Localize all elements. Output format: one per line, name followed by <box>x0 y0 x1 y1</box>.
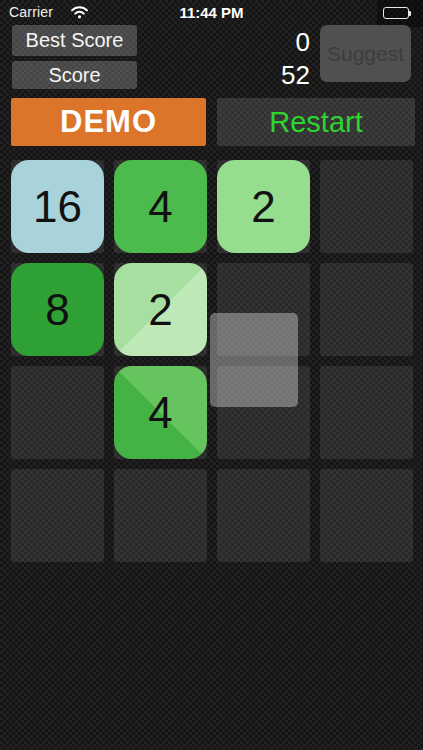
tile-4: 4 <box>114 160 207 253</box>
suggest-button[interactable]: Suggest <box>320 25 411 82</box>
restart-button[interactable]: Restart <box>217 98 415 146</box>
score-bar: Score <box>12 61 137 89</box>
tile-2: 2 <box>217 160 310 253</box>
battery-icon <box>383 7 409 19</box>
tile-8: 8 <box>11 263 104 356</box>
moving-tile-ghost <box>210 313 298 407</box>
board-grid[interactable]: 1642824 <box>11 160 413 562</box>
score-label: Score <box>48 64 100 87</box>
empty-cell <box>217 469 310 562</box>
tile-16: 16 <box>11 160 104 253</box>
empty-cell <box>11 469 104 562</box>
clock-label: 11:44 PM <box>0 4 423 21</box>
empty-cell <box>320 263 413 356</box>
tile-4: 4 <box>114 366 207 459</box>
tile-2: 2 <box>114 263 207 356</box>
best-score-label: Best Score <box>26 29 124 52</box>
best-score-bar: Best Score <box>12 25 137 56</box>
score-value: 52 <box>150 60 310 90</box>
empty-cell <box>320 366 413 459</box>
demo-button[interactable]: DEMO <box>11 98 206 146</box>
app-screen: Carrier 11:44 PM Best Score Score 0 52 S… <box>0 0 423 750</box>
status-bar: Carrier 11:44 PM <box>0 0 423 24</box>
empty-cell <box>320 469 413 562</box>
empty-cell <box>114 469 207 562</box>
empty-cell <box>11 366 104 459</box>
empty-cell <box>320 160 413 253</box>
best-score-value: 0 <box>150 27 310 57</box>
